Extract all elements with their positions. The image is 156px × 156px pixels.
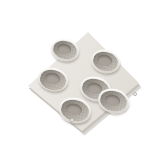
mold-tray [0,0,156,156]
hanging-hole [70,118,74,122]
hanging-hole [133,92,137,96]
product-photo [0,0,156,156]
